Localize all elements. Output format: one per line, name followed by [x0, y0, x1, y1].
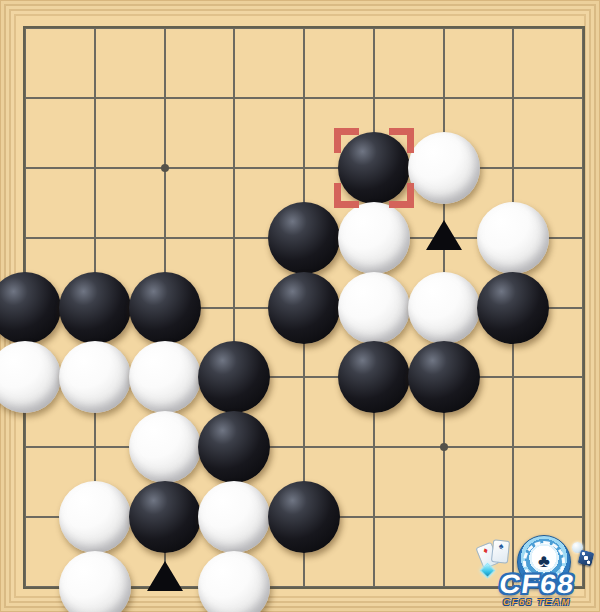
black-stone[interactable]: [338, 341, 410, 413]
white-stone[interactable]: [59, 481, 131, 553]
white-stone[interactable]: [59, 341, 131, 413]
white-stone[interactable]: [338, 272, 410, 344]
dice-icon: [578, 550, 595, 567]
white-stone[interactable]: [338, 202, 410, 274]
black-stone[interactable]: [268, 481, 340, 553]
white-stone[interactable]: [408, 132, 480, 204]
white-stone[interactable]: [129, 341, 201, 413]
triangle-marker: [147, 561, 183, 591]
white-stone[interactable]: [477, 202, 549, 274]
black-stone[interactable]: [59, 272, 131, 344]
black-stone[interactable]: [408, 341, 480, 413]
white-stone[interactable]: [198, 481, 270, 553]
black-stone[interactable]: [198, 411, 270, 483]
black-stone[interactable]: [268, 272, 340, 344]
watermark-subtitle: CF68 TEAM: [477, 597, 597, 607]
star-point: [161, 164, 169, 172]
white-stone[interactable]: [408, 272, 480, 344]
black-stone[interactable]: [477, 272, 549, 344]
playing-card-icon: ♠: [491, 539, 510, 564]
triangle-marker: [426, 220, 462, 250]
watermark-title: CF68: [475, 569, 599, 599]
black-stone[interactable]: [129, 272, 201, 344]
last-move-marker: [334, 128, 414, 208]
black-stone[interactable]: [129, 481, 201, 553]
go-board[interactable]: ♦ ♠ ♣ CF68 CF68 TEAM: [0, 0, 600, 612]
white-stone[interactable]: [59, 551, 131, 612]
watermark-logo: ♦ ♠ ♣ CF68 CF68 TEAM: [477, 535, 597, 609]
white-stone[interactable]: [129, 411, 201, 483]
star-point: [440, 443, 448, 451]
black-stone[interactable]: [268, 202, 340, 274]
